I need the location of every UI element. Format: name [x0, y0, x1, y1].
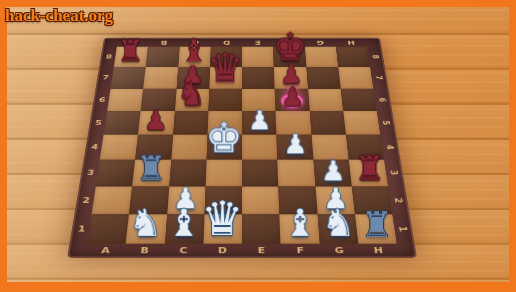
board-squares: ♜♝♚♟♛♟♞♟♟♟♚♟♜♟♜♟♟♞♝♛♝♞♜ — [87, 47, 397, 244]
square-c4[interactable] — [171, 135, 207, 160]
queen-icon: ♛ — [208, 47, 244, 87]
knight-icon: ♞ — [177, 77, 206, 110]
board-frame: ♜♝♚♟♛♟♞♟♟♟♚♟♜♟♜♟♟♞♝♛♝♞♜ ABCDEFGH ABCDEFG… — [67, 38, 417, 258]
file-label-far-g: G — [304, 39, 336, 47]
file-label-far-h: H — [335, 39, 367, 47]
file-label-c: C — [164, 244, 204, 257]
square-d6[interactable] — [208, 89, 242, 112]
square-c5[interactable] — [173, 111, 208, 135]
file-label-a: A — [85, 244, 126, 257]
file-label-h: H — [358, 244, 399, 257]
square-a2[interactable] — [92, 186, 133, 214]
file-label-far-f: F — [273, 39, 305, 47]
blue-bishop-f1[interactable]: ♝ — [280, 214, 320, 244]
file-label-f: F — [281, 244, 321, 257]
rank-label-right-6: 6 — [365, 95, 400, 104]
square-b7[interactable] — [143, 67, 177, 88]
square-e4[interactable] — [242, 135, 278, 160]
square-e7[interactable] — [242, 67, 275, 88]
chess-board-3d: ♜♝♚♟♛♟♞♟♟♟♚♟♜♟♜♟♟♞♝♛♝♞♜ ABCDEFGH ABCDEFG… — [67, 38, 417, 258]
pawn-icon: ♟ — [144, 107, 168, 133]
rank-label-right-3: 3 — [375, 167, 413, 178]
square-a5[interactable] — [104, 111, 141, 135]
rank-label-right-5: 5 — [368, 118, 404, 128]
file-label-d: D — [203, 244, 242, 257]
pawn-icon: ♟ — [281, 84, 304, 110]
file-label-far-a: A — [117, 39, 149, 47]
square-a3[interactable] — [96, 160, 136, 186]
rank-label-right-2: 2 — [378, 194, 417, 205]
blue-bishop-c1[interactable]: ♝ — [165, 214, 205, 244]
queen-icon: ♛ — [201, 195, 243, 242]
hack-cheat-watermark: hack-cheat.org — [5, 6, 113, 26]
file-label-b: B — [124, 244, 164, 257]
pawn-icon: ♟ — [247, 107, 271, 133]
knight-icon: ♞ — [129, 205, 163, 242]
square-e3[interactable] — [242, 160, 279, 186]
file-label-far-c: C — [179, 39, 211, 47]
square-g6[interactable] — [308, 89, 343, 112]
square-a1[interactable] — [87, 214, 129, 244]
blue-rook-b3[interactable]: ♜ — [132, 160, 171, 186]
pawn-icon: ♟ — [283, 131, 307, 158]
square-g8[interactable] — [305, 47, 339, 67]
square-g5[interactable] — [309, 111, 345, 135]
rank-label-right-4: 4 — [371, 142, 408, 152]
red-pawn-b5[interactable]: ♟ — [138, 111, 174, 135]
bishop-icon: ♝ — [167, 205, 201, 242]
file-label-far-d: D — [211, 39, 242, 47]
blue-king-d4[interactable]: ♚ — [206, 135, 242, 160]
knight-icon: ♞ — [322, 205, 356, 242]
square-e2[interactable] — [242, 186, 280, 214]
square-a7[interactable] — [111, 67, 146, 88]
file-labels-top: ABCDEFGH — [117, 39, 367, 47]
blue-queen-d1[interactable]: ♛ — [203, 214, 242, 244]
square-f3[interactable] — [278, 160, 316, 186]
file-label-far-e: E — [242, 39, 273, 47]
square-b8[interactable] — [146, 47, 180, 67]
square-g7[interactable] — [306, 67, 340, 88]
blue-knight-b1[interactable]: ♞ — [126, 214, 167, 244]
red-knight-c6[interactable]: ♞ — [175, 89, 210, 112]
red-queen-d7[interactable]: ♛ — [209, 67, 242, 88]
blue-pawn-e5[interactable]: ♟ — [242, 111, 277, 135]
rank-label-right-7: 7 — [362, 73, 396, 82]
square-a4[interactable] — [100, 135, 138, 160]
file-label-far-b: B — [148, 39, 180, 47]
rook-icon: ♜ — [136, 151, 166, 184]
square-a6[interactable] — [107, 89, 143, 112]
square-e1[interactable] — [242, 214, 281, 244]
rank-label-right-8: 8 — [359, 53, 392, 61]
king-icon: ♚ — [206, 117, 243, 159]
blue-knight-g1[interactable]: ♞ — [317, 214, 358, 244]
file-labels-bottom: ABCDEFGH — [85, 244, 399, 257]
file-label-g: G — [319, 244, 359, 257]
rank-label-right-1: 1 — [382, 223, 422, 235]
file-label-e: E — [242, 244, 281, 257]
red-rook-a8[interactable]: ♜ — [114, 47, 148, 67]
square-e8[interactable] — [242, 47, 274, 67]
square-d3[interactable] — [205, 160, 242, 186]
bishop-icon: ♝ — [283, 205, 317, 242]
